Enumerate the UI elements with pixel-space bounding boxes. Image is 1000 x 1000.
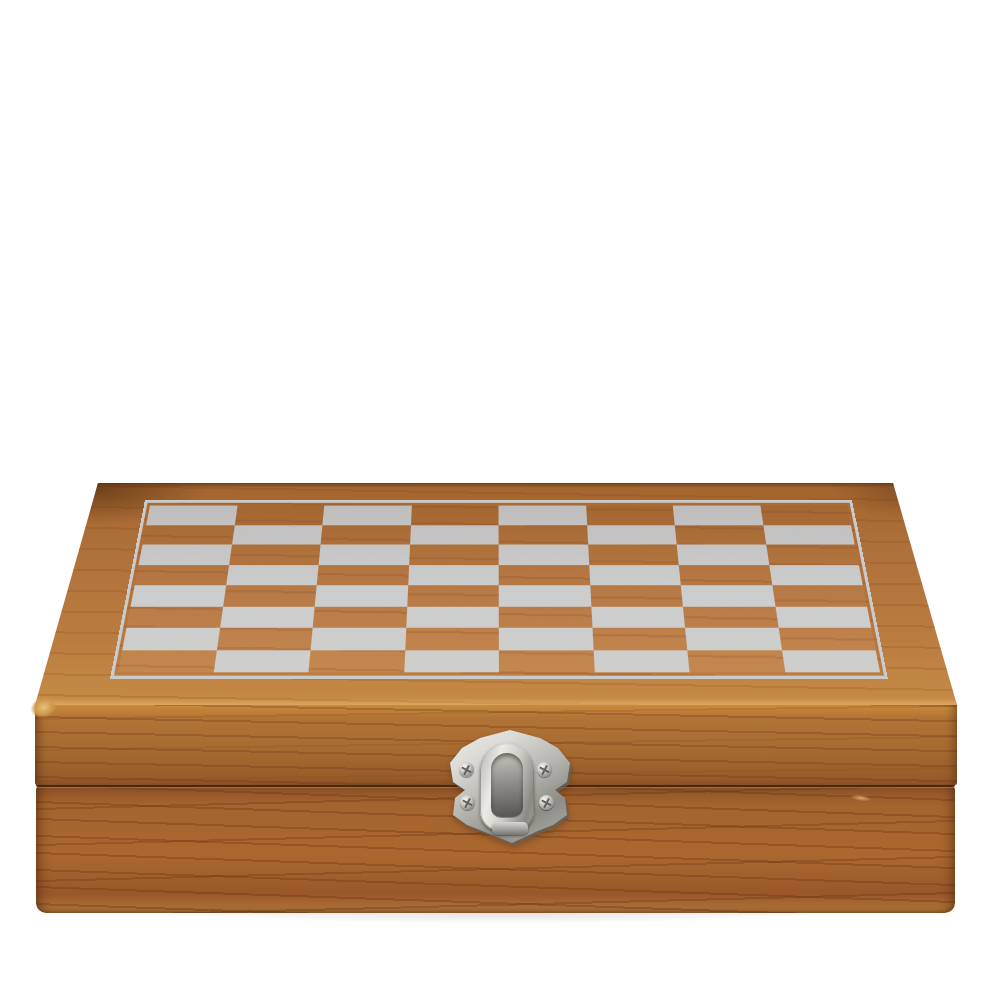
square-e6 bbox=[499, 545, 589, 565]
latch-screw-2 bbox=[537, 762, 552, 777]
square-g3 bbox=[683, 606, 778, 628]
square-b5 bbox=[226, 565, 319, 586]
latch-clasp bbox=[448, 725, 576, 845]
chessboard-grid bbox=[118, 506, 880, 673]
square-e3 bbox=[499, 606, 592, 628]
square-a1 bbox=[118, 650, 216, 673]
square-c2 bbox=[311, 628, 406, 650]
square-d4 bbox=[407, 585, 499, 606]
square-c3 bbox=[313, 606, 407, 628]
square-d1 bbox=[404, 650, 499, 673]
square-g6 bbox=[677, 545, 769, 565]
latch-catch bbox=[492, 822, 528, 835]
square-b8 bbox=[234, 506, 324, 525]
square-a5 bbox=[135, 565, 229, 586]
square-c6 bbox=[319, 545, 410, 565]
square-a7 bbox=[142, 525, 234, 545]
square-e8 bbox=[499, 506, 587, 525]
square-c5 bbox=[317, 565, 409, 586]
latch-screw-4 bbox=[539, 795, 554, 810]
chessboard bbox=[110, 500, 888, 679]
square-f7 bbox=[587, 525, 677, 545]
latch-screw-1 bbox=[459, 762, 474, 777]
square-c8 bbox=[322, 506, 411, 525]
square-e1 bbox=[499, 650, 594, 673]
product-photo bbox=[0, 0, 1000, 1000]
square-h6 bbox=[766, 545, 859, 565]
square-e7 bbox=[499, 525, 588, 545]
square-d3 bbox=[406, 606, 499, 628]
square-c4 bbox=[315, 585, 408, 606]
square-h8 bbox=[760, 506, 851, 525]
square-b4 bbox=[223, 585, 317, 606]
square-b6 bbox=[229, 545, 321, 565]
square-h5 bbox=[769, 565, 863, 586]
latch-screw-3 bbox=[460, 795, 475, 810]
square-h3 bbox=[775, 606, 871, 628]
square-f6 bbox=[588, 545, 679, 565]
square-e4 bbox=[499, 585, 591, 606]
square-e5 bbox=[499, 565, 590, 586]
square-c7 bbox=[321, 525, 411, 545]
square-d6 bbox=[409, 545, 499, 565]
square-d5 bbox=[408, 565, 499, 586]
square-f8 bbox=[586, 506, 675, 525]
square-a4 bbox=[131, 585, 226, 606]
square-d7 bbox=[410, 525, 499, 545]
square-h7 bbox=[763, 525, 855, 545]
square-a2 bbox=[122, 628, 219, 650]
square-g1 bbox=[687, 650, 785, 673]
latch-toggle bbox=[480, 743, 534, 831]
square-b3 bbox=[220, 606, 315, 628]
square-g7 bbox=[675, 525, 766, 545]
square-a6 bbox=[139, 545, 232, 565]
square-f2 bbox=[592, 628, 687, 650]
square-c1 bbox=[308, 650, 404, 673]
square-f1 bbox=[593, 650, 689, 673]
square-h2 bbox=[778, 628, 875, 650]
square-d2 bbox=[405, 628, 499, 650]
square-g8 bbox=[673, 506, 763, 525]
latch-toggle-hole bbox=[491, 753, 523, 818]
square-f4 bbox=[590, 585, 683, 606]
square-g4 bbox=[681, 585, 775, 606]
square-g5 bbox=[679, 565, 772, 586]
square-d8 bbox=[410, 506, 498, 525]
square-f5 bbox=[589, 565, 681, 586]
square-b2 bbox=[216, 628, 312, 650]
square-h4 bbox=[772, 585, 867, 606]
square-b1 bbox=[213, 650, 310, 673]
square-e2 bbox=[499, 628, 593, 650]
square-g2 bbox=[685, 628, 781, 650]
square-f3 bbox=[591, 606, 685, 628]
square-a8 bbox=[146, 506, 237, 525]
square-a3 bbox=[126, 606, 222, 628]
square-h1 bbox=[781, 650, 880, 673]
square-b7 bbox=[232, 525, 323, 545]
